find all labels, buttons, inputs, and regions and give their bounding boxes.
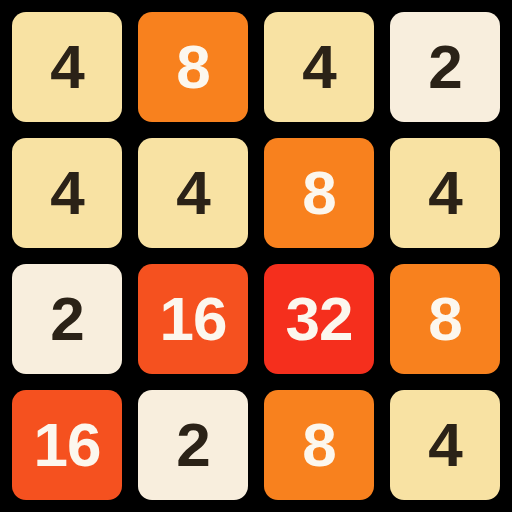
tile-r1c4: 2 [390, 12, 500, 122]
tile-r3c2: 16 [138, 264, 248, 374]
tile-r3c1: 2 [12, 264, 122, 374]
tile-r1c1: 4 [12, 12, 122, 122]
tile-r3c4: 8 [390, 264, 500, 374]
tile-r2c4: 4 [390, 138, 500, 248]
tile-r2c1: 4 [12, 138, 122, 248]
tile-r1c2: 8 [138, 12, 248, 122]
tile-r2c2: 4 [138, 138, 248, 248]
tile-r3c3: 32 [264, 264, 374, 374]
board-2048[interactable]: 4842448421632816284 [0, 0, 512, 512]
tile-r2c3: 8 [264, 138, 374, 248]
tile-r4c2: 2 [138, 390, 248, 500]
tile-r1c3: 4 [264, 12, 374, 122]
tile-r4c3: 8 [264, 390, 374, 500]
tile-r4c4: 4 [390, 390, 500, 500]
tile-r4c1: 16 [12, 390, 122, 500]
